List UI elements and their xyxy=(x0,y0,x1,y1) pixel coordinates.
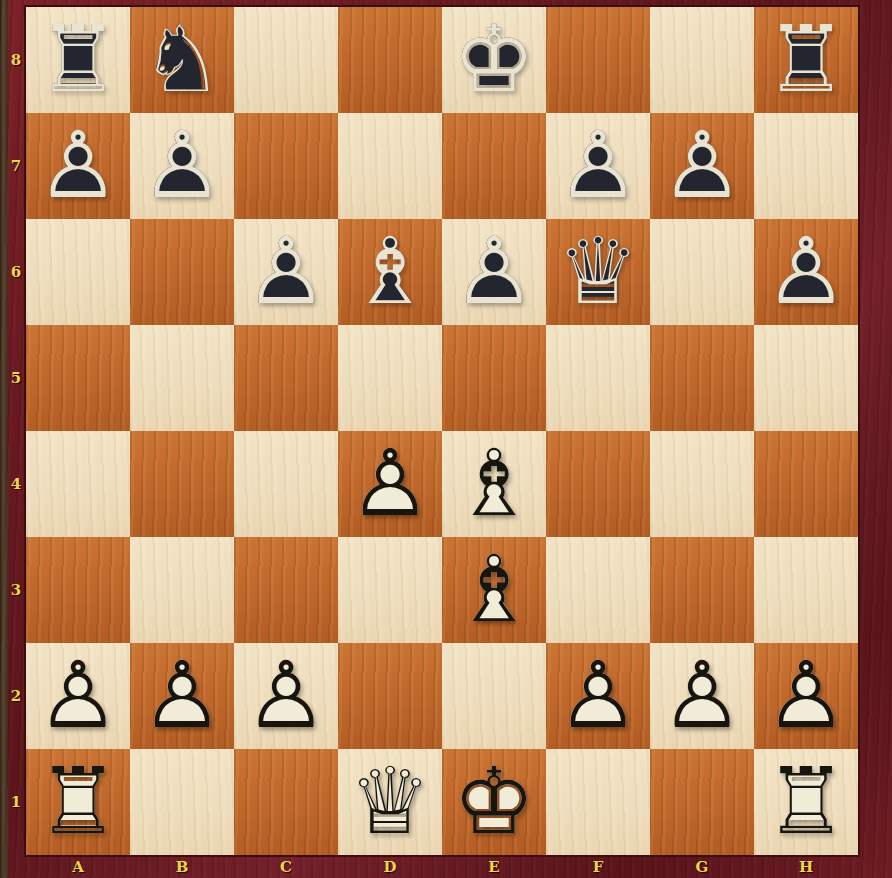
black-bishop-piece[interactable]: ♝♗ xyxy=(338,219,442,325)
square-a7[interactable]: ♟♙ xyxy=(26,113,130,219)
square-a3[interactable] xyxy=(26,537,130,643)
white-king-piece[interactable]: ♚♔ xyxy=(442,749,546,855)
square-c2[interactable]: ♟♙ xyxy=(234,643,338,749)
black-pawn-outline-icon: ♙ xyxy=(442,219,546,325)
black-bishop-outline-icon: ♗ xyxy=(338,219,442,325)
black-pawn-piece[interactable]: ♟♙ xyxy=(546,113,650,219)
white-pawn-piece[interactable]: ♟♙ xyxy=(650,643,754,749)
square-d8[interactable] xyxy=(338,7,442,113)
white-king-outline-icon: ♔ xyxy=(442,749,546,855)
square-b4[interactable] xyxy=(130,431,234,537)
square-e3[interactable]: ♝♗ xyxy=(442,537,546,643)
white-pawn-outline-icon: ♙ xyxy=(754,643,858,749)
square-e7[interactable] xyxy=(442,113,546,219)
square-h7[interactable] xyxy=(754,113,858,219)
square-c1[interactable] xyxy=(234,749,338,855)
square-a2[interactable]: ♟♙ xyxy=(26,643,130,749)
square-b5[interactable] xyxy=(130,325,234,431)
file-label-h: H xyxy=(754,855,858,878)
rank-label-8: 8 xyxy=(0,7,26,113)
black-pawn-piece[interactable]: ♟♙ xyxy=(26,113,130,219)
square-g1[interactable] xyxy=(650,749,754,855)
square-h6[interactable]: ♟♙ xyxy=(754,219,858,325)
white-pawn-outline-icon: ♙ xyxy=(650,643,754,749)
square-e6[interactable]: ♟♙ xyxy=(442,219,546,325)
file-label-c: C xyxy=(234,855,338,878)
rank-label-7: 7 xyxy=(0,113,26,219)
square-d7[interactable] xyxy=(338,113,442,219)
square-b6[interactable] xyxy=(130,219,234,325)
square-b3[interactable] xyxy=(130,537,234,643)
white-bishop-outline-icon: ♗ xyxy=(442,537,546,643)
square-h1[interactable]: ♜♖ xyxy=(754,749,858,855)
white-pawn-piece[interactable]: ♟♙ xyxy=(130,643,234,749)
square-g3[interactable] xyxy=(650,537,754,643)
square-d4[interactable]: ♟♙ xyxy=(338,431,442,537)
file-labels: ABCDEFGH xyxy=(26,855,858,878)
square-f2[interactable]: ♟♙ xyxy=(546,643,650,749)
square-b8[interactable]: ♞♘ xyxy=(130,7,234,113)
rank-label-6: 6 xyxy=(0,219,26,325)
white-bishop-piece[interactable]: ♝♗ xyxy=(442,431,546,537)
square-d3[interactable] xyxy=(338,537,442,643)
file-label-g: G xyxy=(650,855,754,878)
file-label-b: B xyxy=(130,855,234,878)
white-rook-piece[interactable]: ♜♖ xyxy=(26,749,130,855)
black-pawn-outline-icon: ♙ xyxy=(754,219,858,325)
square-c3[interactable] xyxy=(234,537,338,643)
black-pawn-outline-icon: ♙ xyxy=(234,219,338,325)
rank-labels: 87654321 xyxy=(0,7,26,855)
white-pawn-piece[interactable]: ♟♙ xyxy=(26,643,130,749)
black-rook-piece[interactable]: ♜♖ xyxy=(754,7,858,113)
white-pawn-outline-icon: ♙ xyxy=(338,431,442,537)
square-c7[interactable] xyxy=(234,113,338,219)
square-d2[interactable] xyxy=(338,643,442,749)
square-f1[interactable] xyxy=(546,749,650,855)
black-king-outline-icon: ♔ xyxy=(442,7,546,113)
square-a8[interactable]: ♜♖ xyxy=(26,7,130,113)
square-f8[interactable] xyxy=(546,7,650,113)
black-pawn-piece[interactable]: ♟♙ xyxy=(754,219,858,325)
square-e2[interactable] xyxy=(442,643,546,749)
black-rook-piece[interactable]: ♜♖ xyxy=(26,7,130,113)
square-e8[interactable]: ♚♔ xyxy=(442,7,546,113)
white-bishop-piece[interactable]: ♝♗ xyxy=(442,537,546,643)
black-rook-outline-icon: ♖ xyxy=(26,7,130,113)
white-pawn-piece[interactable]: ♟♙ xyxy=(338,431,442,537)
black-pawn-piece[interactable]: ♟♙ xyxy=(234,219,338,325)
black-pawn-piece[interactable]: ♟♙ xyxy=(130,113,234,219)
square-a1[interactable]: ♜♖ xyxy=(26,749,130,855)
black-pawn-outline-icon: ♙ xyxy=(130,113,234,219)
square-b7[interactable]: ♟♙ xyxy=(130,113,234,219)
white-queen-outline-icon: ♕ xyxy=(338,749,442,855)
white-pawn-outline-icon: ♙ xyxy=(26,643,130,749)
black-rook-outline-icon: ♖ xyxy=(754,7,858,113)
white-pawn-piece[interactable]: ♟♙ xyxy=(234,643,338,749)
square-f6[interactable]: ♛♕ xyxy=(546,219,650,325)
square-g2[interactable]: ♟♙ xyxy=(650,643,754,749)
square-d6[interactable]: ♝♗ xyxy=(338,219,442,325)
file-label-a: A xyxy=(26,855,130,878)
square-h4[interactable] xyxy=(754,431,858,537)
white-pawn-piece[interactable]: ♟♙ xyxy=(754,643,858,749)
square-a6[interactable] xyxy=(26,219,130,325)
black-queen-outline-icon: ♕ xyxy=(546,219,650,325)
black-pawn-outline-icon: ♙ xyxy=(650,113,754,219)
white-queen-piece[interactable]: ♛♕ xyxy=(338,749,442,855)
square-a5[interactable] xyxy=(26,325,130,431)
rank-label-3: 3 xyxy=(0,537,26,643)
square-f5[interactable] xyxy=(546,325,650,431)
black-pawn-outline-icon: ♙ xyxy=(546,113,650,219)
square-d5[interactable] xyxy=(338,325,442,431)
square-g8[interactable] xyxy=(650,7,754,113)
black-pawn-piece[interactable]: ♟♙ xyxy=(442,219,546,325)
square-h2[interactable]: ♟♙ xyxy=(754,643,858,749)
white-rook-outline-icon: ♖ xyxy=(26,749,130,855)
square-g7[interactable]: ♟♙ xyxy=(650,113,754,219)
black-king-piece[interactable]: ♚♔ xyxy=(442,7,546,113)
square-f4[interactable] xyxy=(546,431,650,537)
white-rook-piece[interactable]: ♜♖ xyxy=(754,749,858,855)
square-h3[interactable] xyxy=(754,537,858,643)
chess-app-window: { "game": "chess", "board_theme": { "lig… xyxy=(0,0,892,878)
white-bishop-outline-icon: ♗ xyxy=(442,431,546,537)
square-c8[interactable] xyxy=(234,7,338,113)
square-g4[interactable] xyxy=(650,431,754,537)
file-label-f: F xyxy=(546,855,650,878)
white-rook-outline-icon: ♖ xyxy=(754,749,858,855)
square-a4[interactable] xyxy=(26,431,130,537)
square-b1[interactable] xyxy=(130,749,234,855)
black-queen-piece[interactable]: ♛♕ xyxy=(546,219,650,325)
black-pawn-piece[interactable]: ♟♙ xyxy=(650,113,754,219)
square-c6[interactable]: ♟♙ xyxy=(234,219,338,325)
square-h8[interactable]: ♜♖ xyxy=(754,7,858,113)
square-g5[interactable] xyxy=(650,325,754,431)
square-c5[interactable] xyxy=(234,325,338,431)
square-e4[interactable]: ♝♗ xyxy=(442,431,546,537)
square-b2[interactable]: ♟♙ xyxy=(130,643,234,749)
rank-label-2: 2 xyxy=(0,643,26,749)
rank-label-4: 4 xyxy=(0,431,26,537)
black-knight-outline-icon: ♘ xyxy=(130,7,234,113)
chess-board: ♜♖♞♘♚♔♜♖♟♙♟♙♟♙♟♙♟♙♝♗♟♙♛♕♟♙♟♙♝♗♝♗♟♙♟♙♟♙♟♙… xyxy=(26,7,858,855)
square-g6[interactable] xyxy=(650,219,754,325)
square-d1[interactable]: ♛♕ xyxy=(338,749,442,855)
square-f3[interactable] xyxy=(546,537,650,643)
file-label-d: D xyxy=(338,855,442,878)
black-knight-piece[interactable]: ♞♘ xyxy=(130,7,234,113)
rank-label-1: 1 xyxy=(0,749,26,855)
file-label-e: E xyxy=(442,855,546,878)
white-pawn-piece[interactable]: ♟♙ xyxy=(546,643,650,749)
square-h5[interactable] xyxy=(754,325,858,431)
white-pawn-outline-icon: ♙ xyxy=(130,643,234,749)
rank-label-5: 5 xyxy=(0,325,26,431)
square-c4[interactable] xyxy=(234,431,338,537)
square-e1[interactable]: ♚♔ xyxy=(442,749,546,855)
square-f7[interactable]: ♟♙ xyxy=(546,113,650,219)
black-pawn-outline-icon: ♙ xyxy=(26,113,130,219)
white-pawn-outline-icon: ♙ xyxy=(546,643,650,749)
square-e5[interactable] xyxy=(442,325,546,431)
white-pawn-outline-icon: ♙ xyxy=(234,643,338,749)
